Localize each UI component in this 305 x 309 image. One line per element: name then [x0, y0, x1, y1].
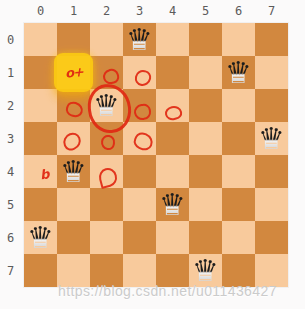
watermark-url: https://blog.csdn.net/u011436427: [58, 283, 277, 299]
square-r7c0: [24, 254, 57, 287]
square-r4c4: [156, 155, 189, 188]
black-queen: ♛: [123, 23, 156, 56]
square-r5c1: [57, 188, 90, 221]
red-ink-r4c0: b: [39, 167, 49, 181]
column-labels: 01234567: [24, 1, 288, 21]
col-label-4: 4: [169, 4, 176, 18]
square-r1c4: [156, 56, 189, 89]
square-r6c5: [189, 221, 222, 254]
col-label-5: 5: [202, 4, 209, 18]
square-r6c6: [222, 221, 255, 254]
square-r0c1: [57, 23, 90, 56]
black-queen: ♛: [156, 188, 189, 221]
row-label-3: 3: [7, 132, 14, 146]
square-r1c6: ♛: [222, 56, 255, 89]
square-r3c7: ♛: [255, 122, 288, 155]
square-r6c1: [57, 221, 90, 254]
square-r5c5: [189, 188, 222, 221]
col-label-0: 0: [37, 4, 44, 18]
row-label-4: 4: [7, 165, 14, 179]
row-labels: 01234567: [0, 23, 21, 287]
square-r4c1: ♛: [57, 155, 90, 188]
square-r0c5: [189, 23, 222, 56]
square-r4c3: [123, 155, 156, 188]
square-r2c5: [189, 89, 222, 122]
square-r5c7: [255, 188, 288, 221]
eight-queens-board-figure: 01234567 01234567 ♛♛♛♛♛♛♛♛ o+b https://b…: [0, 0, 305, 309]
square-r0c3: ♛: [123, 23, 156, 56]
square-r0c0: [24, 23, 57, 56]
col-label-6: 6: [235, 4, 242, 18]
square-r2c7: [255, 89, 288, 122]
square-r5c4: ♛: [156, 188, 189, 221]
square-r5c6: [222, 188, 255, 221]
row-label-2: 2: [7, 99, 14, 113]
square-r5c2: [90, 188, 123, 221]
square-r0c7: [255, 23, 288, 56]
square-r6c4: [156, 221, 189, 254]
square-r4c5: [189, 155, 222, 188]
square-r4c6: [222, 155, 255, 188]
square-r3c5: [189, 122, 222, 155]
square-r4c7: [255, 155, 288, 188]
square-r0c4: [156, 23, 189, 56]
square-r6c3: [123, 221, 156, 254]
square-r3c4: [156, 122, 189, 155]
square-r6c0: ♛: [24, 221, 57, 254]
black-queen: ♛: [57, 155, 90, 188]
col-label-7: 7: [268, 4, 275, 18]
row-label-6: 6: [7, 231, 14, 245]
square-r1c5: [189, 56, 222, 89]
square-r0c6: [222, 23, 255, 56]
red-ink-r1c1: o+: [64, 65, 83, 80]
square-r6c2: [90, 221, 123, 254]
row-label-5: 5: [7, 198, 14, 212]
square-r5c3: [123, 188, 156, 221]
square-r1c0: [24, 56, 57, 89]
row-label-1: 1: [7, 66, 14, 80]
square-r0c2: [90, 23, 123, 56]
black-queen: ♛: [24, 221, 57, 254]
square-r2c6: [222, 89, 255, 122]
square-r6c7: [255, 221, 288, 254]
black-queen: ♛: [255, 122, 288, 155]
col-label-3: 3: [136, 4, 143, 18]
col-label-1: 1: [70, 4, 77, 18]
row-label-0: 0: [7, 33, 14, 47]
chess-board-area: ♛♛♛♛♛♛♛♛ o+b: [24, 23, 288, 287]
square-r3c6: [222, 122, 255, 155]
row-label-7: 7: [7, 264, 14, 278]
col-label-2: 2: [103, 4, 110, 18]
square-r2c0: [24, 89, 57, 122]
black-queen: ♛: [222, 56, 255, 89]
square-r3c0: [24, 122, 57, 155]
square-r1c7: [255, 56, 288, 89]
square-r5c0: [24, 188, 57, 221]
